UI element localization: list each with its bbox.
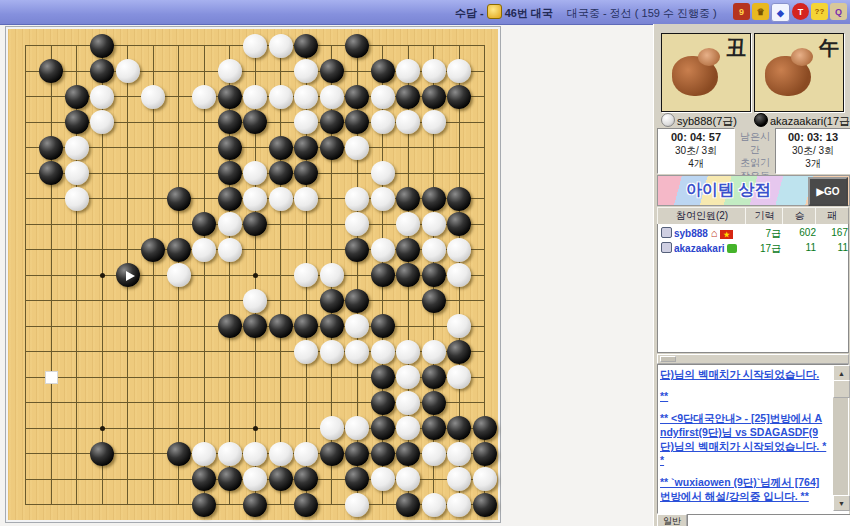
- wins-value: 602: [784, 227, 816, 238]
- chat-input[interactable]: [687, 514, 850, 526]
- goban[interactable]: [8, 29, 498, 520]
- toolbar-icons: 9 ♛ ◆ T ?? Q: [733, 3, 847, 21]
- channel-button[interactable]: 일반: [657, 514, 687, 526]
- stone-black: [269, 467, 293, 491]
- stone-white: [90, 110, 114, 134]
- stone-black: [396, 238, 420, 262]
- stone-white: [447, 238, 471, 262]
- item-shop-label: 아이템 상점: [686, 180, 770, 201]
- white-time: 00: 04: 57: [658, 131, 734, 144]
- stone-white: [422, 238, 446, 262]
- stone-black: [320, 289, 344, 313]
- rank-icon[interactable]: ♛: [752, 3, 769, 20]
- stone-black: [243, 212, 267, 236]
- stone-black: [167, 442, 191, 466]
- chat-message[interactable]: ** `wuxiaowen (9단)`님께서 [764]번방에서 해설/강의중 …: [660, 475, 828, 503]
- stone-white: [371, 85, 395, 109]
- stone-white: [294, 263, 318, 287]
- stone-white: [65, 187, 89, 211]
- thumbs-up-icon: [661, 227, 672, 238]
- stone-black: [218, 161, 242, 185]
- grid-line: [280, 45, 281, 505]
- stone-white: [396, 59, 420, 83]
- stone-white: [243, 187, 267, 211]
- stone-white: [167, 263, 191, 287]
- stone-black: [320, 314, 344, 338]
- stone-black: [396, 493, 420, 517]
- stone-white: [473, 467, 497, 491]
- stone-black: [167, 238, 191, 262]
- china-flag-icon: ★: [720, 230, 733, 239]
- stone-white: [371, 187, 395, 211]
- stone-black: [447, 187, 471, 211]
- stone-white: [320, 340, 344, 364]
- stone-white: [345, 493, 369, 517]
- stone-white: [371, 110, 395, 134]
- chat-message[interactable]: 단)님의 벡매치가 시작되었습니다.: [660, 367, 828, 381]
- stone-black: [167, 187, 191, 211]
- black-player-name: akazaakari(17급): [754, 113, 850, 129]
- stone-white: [371, 467, 395, 491]
- stone-white: [116, 59, 140, 83]
- stone-black: [39, 161, 63, 185]
- player-list: syb888 ⌂ ★ 7급 602 167 akazaakari 17급 11 …: [657, 224, 849, 353]
- stone-white: [243, 467, 267, 491]
- dice-icon[interactable]: ◆: [771, 3, 790, 22]
- sidebar: 丑 午 syb888(7급) akazaakari(17급) 00: 04: 5…: [653, 24, 850, 526]
- stone-white: [243, 161, 267, 185]
- stone-black: [422, 391, 446, 415]
- stone-black: [371, 391, 395, 415]
- stone-white: [396, 340, 420, 364]
- stone-black: [320, 110, 344, 134]
- stone-black: [65, 85, 89, 109]
- stone-white: [447, 59, 471, 83]
- stone-white: [371, 340, 395, 364]
- stone-black: [422, 289, 446, 313]
- stone-black: [345, 34, 369, 58]
- stone-black: [371, 263, 395, 287]
- stone-black: [90, 442, 114, 466]
- stone-black: [447, 416, 471, 440]
- stone-white: [320, 416, 344, 440]
- stone-white: [243, 442, 267, 466]
- stone-black: [371, 365, 395, 389]
- game-title: 수담 -46번 대국대국중 - 정선 ( 159 수 진행중 ): [455, 4, 717, 21]
- stone-white: [422, 59, 446, 83]
- stone-black: [192, 493, 216, 517]
- stone-white: [294, 59, 318, 83]
- star-point: [100, 273, 105, 278]
- stone-white: [422, 110, 446, 134]
- shop-go-button[interactable]: ▶GO: [808, 177, 848, 206]
- stone-white: [345, 314, 369, 338]
- item-shop-banner[interactable]: 아이템 상점 ▶GO: [657, 175, 850, 206]
- roster-header-losses[interactable]: 패: [815, 207, 849, 225]
- stone-black: [39, 59, 63, 83]
- stone-black: [141, 238, 165, 262]
- stone-black: [218, 110, 242, 134]
- stone-white: [447, 493, 471, 517]
- black-byoyomi: 30초/ 3회: [776, 144, 850, 157]
- stone-black: [396, 187, 420, 211]
- stone-black: [39, 136, 63, 160]
- stone-black: [218, 85, 242, 109]
- black-captures: 3개: [776, 157, 850, 170]
- stone-white: [294, 442, 318, 466]
- stone-black: [447, 85, 471, 109]
- stone-white: [192, 85, 216, 109]
- chat-input-row: 일반: [657, 514, 847, 526]
- white-clock: 00: 04: 57 30초/ 3회 4개: [657, 128, 735, 174]
- green-badge-icon: [727, 244, 737, 253]
- question-balloons-icon[interactable]: ??: [811, 3, 828, 20]
- stone-black: [371, 416, 395, 440]
- stone-black: [294, 467, 318, 491]
- stone-white: [320, 85, 344, 109]
- last-move-marker: [126, 271, 135, 281]
- losses-value: 167: [816, 227, 848, 238]
- stone-black: [447, 212, 471, 236]
- wins-value: 11: [784, 242, 816, 253]
- stone-white: [345, 416, 369, 440]
- black-stone-icon: [754, 113, 768, 127]
- stone-white: [345, 340, 369, 364]
- stone-white: [447, 314, 471, 338]
- white-player-avatar: 丑: [661, 33, 751, 112]
- chat-message[interactable]: ** <9단대국안내> - [25]번방에서 Andyfirst(9단)님 vs…: [660, 411, 828, 467]
- stone-black: [396, 442, 420, 466]
- stone-white: [65, 136, 89, 160]
- stone-black: [422, 187, 446, 211]
- stone-white: [422, 442, 446, 466]
- stone-white: [396, 212, 420, 236]
- stone-black: [243, 493, 267, 517]
- stone-white: [371, 238, 395, 262]
- stone-black: [345, 467, 369, 491]
- match-number: 46번 대국: [505, 7, 553, 19]
- losses-value: 11: [816, 242, 848, 253]
- horse-cartoon: [765, 56, 811, 96]
- roster-header-wins[interactable]: 승: [782, 207, 817, 225]
- splitter-thumb[interactable]: [660, 356, 676, 362]
- black-time: 00: 03: 13: [776, 131, 850, 144]
- chat-message[interactable]: **: [660, 389, 828, 403]
- match-badge-icon: [487, 4, 502, 19]
- star-point: [100, 426, 105, 431]
- stone-black: [294, 314, 318, 338]
- stone-black: [396, 263, 420, 287]
- stone-white: [396, 416, 420, 440]
- tournament-icon[interactable]: T: [792, 3, 809, 20]
- stone-black: [218, 467, 242, 491]
- stone-white: [294, 110, 318, 134]
- black-player-avatar: 午: [754, 33, 844, 112]
- ox-cartoon: [672, 56, 718, 96]
- stone-white: [218, 442, 242, 466]
- stone-white: [422, 212, 446, 236]
- stone-black: [269, 161, 293, 185]
- stone-black: [345, 238, 369, 262]
- stone-black: [243, 314, 267, 338]
- stone-white: [345, 136, 369, 160]
- stone-white: [447, 442, 471, 466]
- stone-black: [320, 442, 344, 466]
- splitter-handle[interactable]: [657, 354, 849, 364]
- stone-black: [371, 442, 395, 466]
- board-panel: [6, 27, 500, 522]
- stone-black: [65, 110, 89, 134]
- stone-white: [422, 493, 446, 517]
- stone-white: [218, 238, 242, 262]
- stone-black: [422, 85, 446, 109]
- stone-black: [320, 59, 344, 83]
- black-clock: 00: 03: 13 30초/ 3회 3개: [775, 128, 850, 174]
- stone-white: [396, 391, 420, 415]
- stone-black: [320, 136, 344, 160]
- stone-black: [473, 416, 497, 440]
- stone-white: [447, 365, 471, 389]
- stone-white: [243, 34, 267, 58]
- chat-messages: 단)님의 벡매치가 시작되었습니다. ** ** <9단대국안내> - [25]…: [660, 367, 828, 511]
- chat-scrollbar[interactable]: ▲ ▼: [833, 365, 848, 511]
- stone-black: [447, 340, 471, 364]
- stone-white: [65, 161, 89, 185]
- stone-black: [345, 289, 369, 313]
- stone-white: [320, 263, 344, 287]
- stone-white: [269, 85, 293, 109]
- stone-black: [218, 187, 242, 211]
- stone-black: [269, 136, 293, 160]
- white-captures: 4개: [658, 157, 734, 170]
- rank9-icon[interactable]: 9: [733, 3, 750, 20]
- stone-white: [269, 187, 293, 211]
- scroll-up-icon[interactable]: ▲: [833, 365, 850, 381]
- stone-black: [422, 365, 446, 389]
- stone-black: [90, 34, 114, 58]
- stone-black: [345, 442, 369, 466]
- stone-black: [422, 416, 446, 440]
- stone-black: [371, 314, 395, 338]
- stone-white: [422, 340, 446, 364]
- roster-header-players[interactable]: 참여인원(2): [657, 207, 747, 225]
- stone-white: [269, 442, 293, 466]
- white-stone-icon: [661, 113, 675, 127]
- roster-header-rank[interactable]: 기력: [745, 207, 784, 225]
- stone-black: [218, 136, 242, 160]
- stone-black: [269, 314, 293, 338]
- stone-white: [396, 110, 420, 134]
- stone-black: [345, 85, 369, 109]
- stone-white: [345, 187, 369, 211]
- stone-white: [396, 365, 420, 389]
- scrollbar-thumb[interactable]: [833, 380, 850, 398]
- scroll-down-icon[interactable]: ▼: [833, 495, 850, 511]
- stone-black: [243, 110, 267, 134]
- stone-black: [294, 161, 318, 185]
- stone-black: [218, 314, 242, 338]
- stone-black: [192, 212, 216, 236]
- stone-white: [243, 289, 267, 313]
- stone-white: [447, 467, 471, 491]
- stone-black: [422, 263, 446, 287]
- white-player-name: syb888(7급): [661, 113, 737, 129]
- list-item[interactable]: syb888 ⌂ ★ 7급 602 167: [658, 227, 848, 242]
- stone-black: [294, 34, 318, 58]
- stone-white: [243, 85, 267, 109]
- stone-white: [294, 187, 318, 211]
- hover-cursor-marker: [45, 371, 58, 384]
- app-name: 수담 -: [455, 7, 484, 19]
- white-byoyomi: 30초/ 3회: [658, 144, 734, 157]
- stone-white: [345, 212, 369, 236]
- stone-black: [345, 110, 369, 134]
- stone-black: [294, 136, 318, 160]
- rank-value: 7급: [746, 227, 781, 241]
- stone-white: [447, 263, 471, 287]
- stone-white: [294, 85, 318, 109]
- quiz-icon[interactable]: Q: [830, 3, 847, 20]
- stone-white: [371, 161, 395, 185]
- stone-black: [294, 493, 318, 517]
- stone-white: [192, 442, 216, 466]
- stone-white: [90, 85, 114, 109]
- stone-black: [192, 467, 216, 491]
- match-status: 대국중 - 정선 ( 159 수 진행중 ): [567, 7, 717, 19]
- house-icon: ⌂: [711, 227, 718, 239]
- stone-white: [269, 34, 293, 58]
- zodiac-horse-character: 午: [819, 35, 839, 62]
- star-point: [253, 426, 258, 431]
- stone-black: [473, 442, 497, 466]
- chat-panel: 단)님의 벡매치가 시작되었습니다. ** ** <9단대국안내> - [25]…: [657, 364, 849, 514]
- stone-black: [90, 59, 114, 83]
- zodiac-ox-character: 丑: [726, 35, 746, 62]
- stone-white: [396, 467, 420, 491]
- star-point: [253, 273, 258, 278]
- stone-black: [371, 59, 395, 83]
- stone-white: [218, 212, 242, 236]
- stone-white: [192, 238, 216, 262]
- thumbs-up-icon: [661, 242, 672, 253]
- stone-white: [294, 340, 318, 364]
- stone-black: [396, 85, 420, 109]
- stone-white: [218, 59, 242, 83]
- title-bar: 수담 -46번 대국대국중 - 정선 ( 159 수 진행중 ) 9 ♛ ◆ T…: [0, 0, 850, 25]
- list-item[interactable]: akazaakari 17급 11 11: [658, 242, 848, 257]
- rank-value: 17급: [746, 242, 781, 256]
- stone-black: [473, 493, 497, 517]
- stone-white: [141, 85, 165, 109]
